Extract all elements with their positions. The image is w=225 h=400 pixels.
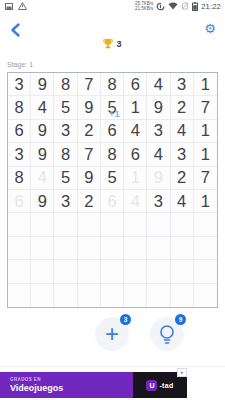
grid-cell[interactable]: 3: [147, 190, 170, 213]
clock-text: 21:22: [201, 2, 221, 11]
grid-cell[interactable]: 7: [194, 167, 217, 190]
grid-cell[interactable]: 1: [124, 167, 147, 190]
ad-brand-block[interactable]: U -tad ▸: [133, 372, 187, 398]
grid-cell[interactable]: 6: [8, 190, 31, 213]
grid-cell[interactable]: [147, 213, 170, 236]
grid-cell[interactable]: [171, 284, 194, 307]
status-left-icons: [5, 2, 27, 10]
grid-cell[interactable]: [171, 213, 194, 236]
grid-cell[interactable]: [147, 284, 170, 307]
add-numbers-badge: 3: [120, 314, 131, 325]
grid-cell[interactable]: [194, 260, 217, 283]
add-numbers-button[interactable]: + 3: [95, 317, 129, 351]
grid-cell[interactable]: [8, 284, 31, 307]
grid-cell[interactable]: 8: [54, 143, 77, 166]
grid-cell[interactable]: 3: [54, 190, 77, 213]
grid-cell[interactable]: 3: [147, 120, 170, 143]
grid-cell[interactable]: 4: [171, 190, 194, 213]
grid-cell[interactable]: 4: [171, 120, 194, 143]
grid-cell[interactable]: [8, 260, 31, 283]
grid-cell[interactable]: 6: [8, 120, 31, 143]
grid-cell[interactable]: [78, 284, 101, 307]
grid-cell[interactable]: 9: [31, 120, 54, 143]
net-down-text: 21.5KB/s: [135, 6, 153, 11]
battery-icon: [192, 2, 198, 11]
grid-cell[interactable]: 4: [31, 96, 54, 119]
grid-cell[interactable]: 4: [147, 143, 170, 166]
adchoices-icon[interactable]: ▸: [177, 368, 187, 377]
grid-cell[interactable]: 3: [54, 120, 77, 143]
grid-cell[interactable]: 6: [101, 120, 124, 143]
grid-cell[interactable]: 1: [194, 73, 217, 96]
grid-cell[interactable]: [31, 260, 54, 283]
trophy-icon: [103, 38, 113, 49]
grid-cell[interactable]: [54, 237, 77, 260]
grid-cell[interactable]: 7: [78, 143, 101, 166]
grid-cell[interactable]: 9: [147, 167, 170, 190]
hint-button[interactable]: 9: [150, 317, 184, 351]
grid-cell[interactable]: 2: [171, 96, 194, 119]
settings-button[interactable]: ⚙: [202, 21, 218, 37]
grid-cell[interactable]: [171, 237, 194, 260]
ad-creative[interactable]: GRADOS EN Videojuegos: [0, 372, 133, 398]
trophy-score: 3: [0, 38, 225, 49]
trophy-count: 3: [116, 39, 121, 49]
grid-cell[interactable]: [147, 237, 170, 260]
status-right-cluster: 25.7KB/s 21.5KB/s 21:22: [135, 1, 221, 11]
grid-cell[interactable]: 2: [78, 190, 101, 213]
grid-cell[interactable]: 8: [101, 143, 124, 166]
grid-cell[interactable]: 5: [101, 167, 124, 190]
grid-cell[interactable]: [124, 237, 147, 260]
grid-cell[interactable]: 4: [124, 190, 147, 213]
screenshot-icon: [5, 3, 13, 10]
utad-logo-icon: U: [146, 380, 157, 391]
grid-cell[interactable]: [31, 284, 54, 307]
grid-cell[interactable]: [31, 213, 54, 236]
grid-cell[interactable]: [8, 213, 31, 236]
grid-cell[interactable]: [31, 237, 54, 260]
grid-cell[interactable]: 9: [31, 190, 54, 213]
grid-cell[interactable]: 1: [124, 96, 147, 119]
grid-cell[interactable]: 4: [147, 73, 170, 96]
grid-cell[interactable]: [54, 260, 77, 283]
grid-cell[interactable]: [101, 260, 124, 283]
grid-cell[interactable]: [124, 213, 147, 236]
grid-cell[interactable]: [54, 284, 77, 307]
grid-cell[interactable]: 8: [8, 96, 31, 119]
grid-cell[interactable]: 6: [124, 73, 147, 96]
grid-cell[interactable]: 3: [8, 143, 31, 166]
grid-cell[interactable]: 8: [54, 73, 77, 96]
ad-divider: [0, 366, 225, 367]
grid-cell[interactable]: [101, 213, 124, 236]
grid-cell[interactable]: 8: [8, 167, 31, 190]
stage-label: Stage: 1: [7, 61, 33, 68]
grid-cell[interactable]: [78, 260, 101, 283]
score-popup: +1: [109, 108, 120, 119]
grid-cell[interactable]: 6: [101, 190, 124, 213]
ad-kicker-text: GRADOS EN: [10, 377, 133, 382]
grid-cell[interactable]: 4: [31, 167, 54, 190]
grid-cell[interactable]: 9: [31, 143, 54, 166]
grid-cell[interactable]: 3: [171, 73, 194, 96]
grid-cell[interactable]: [124, 284, 147, 307]
grid-cell[interactable]: 5: [54, 96, 77, 119]
grid-cell[interactable]: [194, 213, 217, 236]
hint-badge: 9: [175, 314, 186, 325]
grid-cell[interactable]: 2: [171, 167, 194, 190]
grid-cell[interactable]: [147, 260, 170, 283]
grid-cell[interactable]: [171, 260, 194, 283]
wifi-icon: [168, 2, 178, 10]
grid-cell[interactable]: 2: [78, 120, 101, 143]
grid-cell[interactable]: [194, 284, 217, 307]
ad-title-text: Videojuegos: [10, 383, 133, 393]
network-speed: 25.7KB/s 21.5KB/s: [135, 1, 153, 11]
grid-cell[interactable]: 4: [124, 120, 147, 143]
grid-cell[interactable]: 3: [171, 143, 194, 166]
grid-cell[interactable]: [54, 213, 77, 236]
grid-cell[interactable]: 9: [78, 96, 101, 119]
data-saver-icon: [156, 2, 165, 11]
ad-banner: GRADOS EN Videojuegos U -tad ▸: [0, 372, 225, 398]
grid-cell[interactable]: [8, 237, 31, 260]
grid-cell[interactable]: 9: [78, 167, 101, 190]
no-sim-icon: [181, 2, 189, 10]
grid-cell[interactable]: 1: [194, 190, 217, 213]
gear-icon: ⚙: [204, 21, 216, 36]
grid-cell[interactable]: [194, 237, 217, 260]
grid-cell[interactable]: 6: [124, 143, 147, 166]
grid-cell[interactable]: [101, 237, 124, 260]
app-screen: 25.7KB/s 21.5KB/s 21:22 ⚙: [0, 0, 225, 400]
grid-cell[interactable]: 9: [147, 96, 170, 119]
grid-cell[interactable]: 8: [101, 73, 124, 96]
grid-cell[interactable]: 1: [194, 143, 217, 166]
grid-cell[interactable]: 7: [194, 96, 217, 119]
warning-icon: [18, 2, 27, 10]
grid-cell[interactable]: [124, 260, 147, 283]
grid-cell[interactable]: 7: [78, 73, 101, 96]
grid-cell[interactable]: [78, 213, 101, 236]
grid-cell[interactable]: 3: [8, 73, 31, 96]
grid-cell[interactable]: 9: [31, 73, 54, 96]
utad-brand-text: -tad: [159, 382, 173, 389]
back-button[interactable]: [8, 22, 24, 38]
grid-cell[interactable]: 5: [54, 167, 77, 190]
grid-cell[interactable]: [78, 237, 101, 260]
grid-cell[interactable]: 1: [194, 120, 217, 143]
chevron-left-icon: [8, 22, 24, 38]
status-bar: 25.7KB/s 21.5KB/s 21:22: [0, 0, 225, 13]
grid-cell[interactable]: [101, 284, 124, 307]
